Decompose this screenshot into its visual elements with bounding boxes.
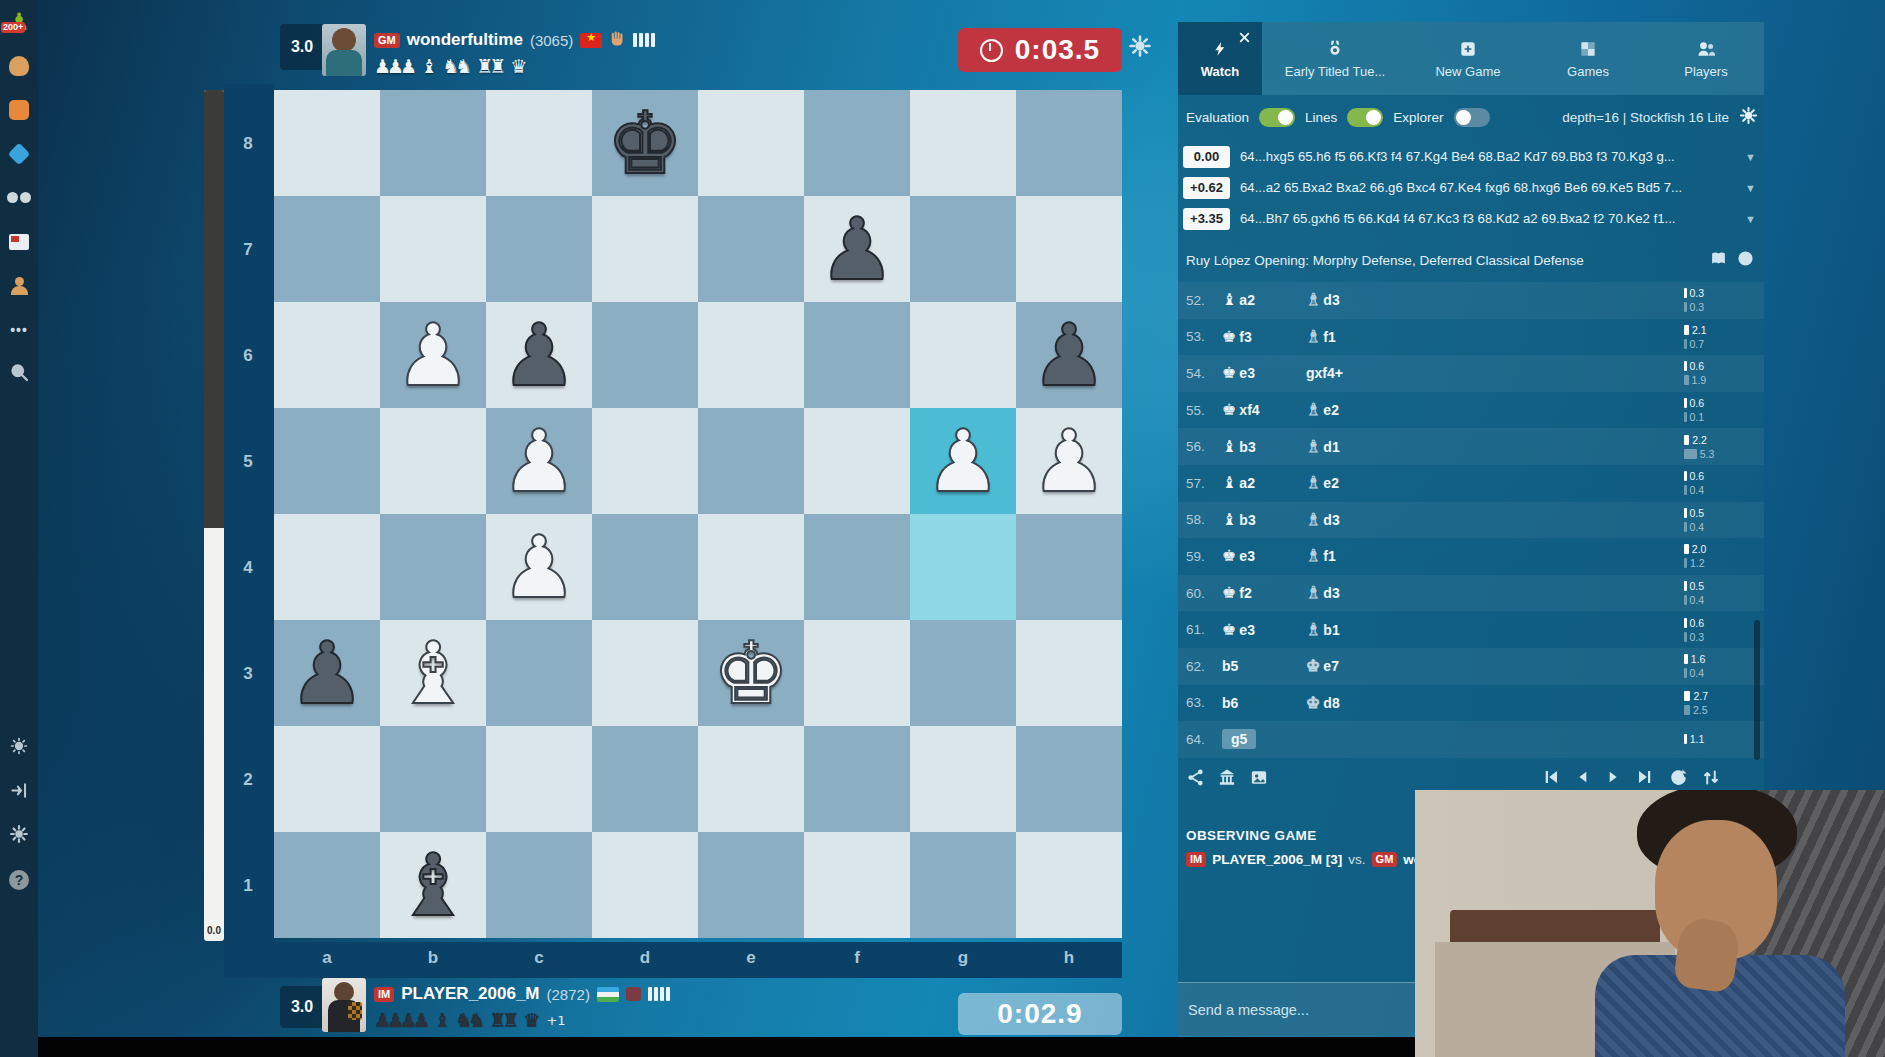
search-icon[interactable]: [0, 352, 38, 396]
square-d3[interactable]: [592, 620, 698, 726]
square-h4[interactable]: [1016, 514, 1122, 620]
move-number: 58.: [1178, 512, 1222, 527]
rank-label-8: 8: [226, 134, 270, 154]
square-a2[interactable]: [274, 726, 380, 832]
viewer-count-badge: 200+: [1, 22, 25, 33]
piece-white-pawn[interactable]: ♟: [910, 408, 1016, 514]
captured-piece-group: ♝: [434, 1011, 447, 1030]
collapse-icon[interactable]: [0, 770, 38, 814]
square-a1[interactable]: [274, 832, 380, 938]
square-h7[interactable]: [1016, 196, 1122, 302]
square-h3[interactable]: [1016, 620, 1122, 726]
move-times: 2.25.3: [1684, 433, 1730, 460]
king-move-icon: ♚: [1222, 329, 1236, 345]
square-b6[interactable]: ♟: [380, 302, 486, 408]
tab-new-game[interactable]: New Game: [1408, 22, 1528, 95]
explorer-compass-icon[interactable]: [1737, 250, 1754, 270]
black-move[interactable]: ♝d3: [1306, 512, 1426, 528]
square-f5[interactable]: [804, 408, 910, 514]
tab-label: Games: [1567, 64, 1609, 79]
white-move[interactable]: ♝b3: [1222, 439, 1306, 455]
captured-piece-group: ♝: [421, 57, 434, 76]
play-hand-icon[interactable]: [0, 44, 38, 88]
tab-label: New Game: [1435, 64, 1500, 79]
black-move[interactable]: ♝d3: [1306, 292, 1426, 308]
move-times: 1.60.4: [1684, 653, 1730, 680]
move-number: 52.: [1178, 293, 1222, 308]
square-e6[interactable]: [698, 302, 804, 408]
tab-games[interactable]: Games: [1528, 22, 1648, 95]
engine-info: depth=16 | Stockfish 16 Lite: [1562, 106, 1758, 128]
bishop-move-icon: ♝: [1222, 292, 1236, 308]
top-player-name[interactable]: wonderfultime: [407, 30, 523, 50]
rank-label-5: 5: [226, 452, 270, 472]
bishop-move-icon: ♝: [1306, 622, 1320, 638]
stream-frame: 0.0 ♚♟♟♟♟♟♟♟♟♟♝♚♝ 87654321abcdefgh 3.0 G…: [0, 0, 1885, 1057]
letterbox-bar: [0, 1037, 1415, 1057]
square-c5[interactable]: ♟: [486, 408, 592, 514]
medal-icon: [1325, 39, 1345, 59]
close-icon[interactable]: [1238, 30, 1251, 48]
square-g4[interactable]: [910, 514, 1016, 620]
evaluation-bar: 0.0: [204, 90, 224, 941]
engine-eval-badge: +0.62: [1183, 177, 1230, 199]
material-advantage: +1: [546, 1013, 565, 1028]
black-move[interactable]: ♝f1: [1306, 548, 1426, 564]
bottom-player-row: IM PLAYER_2006_M (2872): [374, 982, 670, 1006]
file-label-f: f: [804, 948, 910, 968]
vs-label: vs.: [1348, 852, 1365, 867]
square-g5[interactable]: ♟: [910, 408, 1016, 514]
first-move-icon[interactable]: [1541, 768, 1561, 786]
move-san: d3: [1323, 585, 1339, 601]
black-move[interactable]: ♝d1: [1306, 439, 1426, 455]
square-f8[interactable]: [804, 90, 910, 196]
plus-square-icon: [1458, 39, 1478, 59]
move-number: 56.: [1178, 439, 1222, 454]
toggle-evaluation[interactable]: [1259, 108, 1295, 127]
square-b4[interactable]: [380, 514, 486, 620]
piece-white-pawn[interactable]: ♟: [486, 514, 592, 620]
square-f7[interactable]: ♟: [804, 196, 910, 302]
bishop-move-icon: ♝: [1306, 292, 1320, 308]
captured-piece-group: ♞♞: [442, 57, 468, 76]
captured-piece-group: ♟♟♟♟: [374, 1011, 426, 1030]
white-move[interactable]: ♚xf4: [1222, 402, 1306, 418]
help-icon[interactable]: ?: [0, 858, 38, 902]
chevron-down-icon[interactable]: ▼: [1745, 213, 1756, 225]
hand-wave-icon: [609, 30, 626, 51]
bishop-move-icon: ♝: [1306, 548, 1320, 564]
square-f4[interactable]: [804, 514, 910, 620]
move-san: d8: [1323, 695, 1339, 711]
tab-label: Players: [1684, 64, 1727, 79]
square-b5[interactable]: [380, 408, 486, 514]
move-san: b3: [1239, 512, 1255, 528]
square-b1[interactable]: ♝: [380, 832, 486, 938]
move-row-54: 54.♚e3gxf4+0.61.9: [1178, 355, 1764, 392]
bottom-player-avatar[interactable]: [322, 978, 366, 1032]
home-pawn-icon[interactable]: ♟200+: [0, 0, 38, 44]
bishop-move-icon: ♝: [1306, 329, 1320, 345]
move-number: 57.: [1178, 476, 1222, 491]
tab-players[interactable]: Players: [1648, 22, 1764, 95]
title-badge: IM: [374, 987, 394, 1002]
move-number: 54.: [1178, 366, 1222, 381]
streak-bars: [648, 987, 670, 1001]
square-b7[interactable]: [380, 196, 486, 302]
square-a5[interactable]: [274, 408, 380, 514]
bishop-move-icon: ♝: [1222, 439, 1236, 455]
square-e5[interactable]: [698, 408, 804, 514]
square-f2[interactable]: [804, 726, 910, 832]
top-clock-time: 0:03.5: [1015, 34, 1100, 66]
square-a4[interactable]: [274, 514, 380, 620]
white-move[interactable]: ♚f2: [1222, 585, 1306, 601]
move-times: 0.60.4: [1684, 470, 1730, 497]
move-row-62: 62.b5♚e71.60.4: [1178, 648, 1764, 685]
white-move[interactable]: ♚f3: [1222, 329, 1306, 345]
watch-binoculars-icon[interactable]: [0, 176, 38, 220]
captured-piece-group: ♛: [523, 1011, 536, 1030]
share-icon[interactable]: [1186, 768, 1205, 787]
rank-label-7: 7: [226, 240, 270, 260]
king-move-icon: ♚: [1222, 365, 1236, 381]
bishop-move-icon: ♝: [1222, 512, 1236, 528]
opening-name[interactable]: Ruy López Opening: Morphy Defense, Defer…: [1186, 253, 1676, 268]
captured-piece-group: ♟♟♟: [374, 57, 413, 76]
square-b2[interactable]: [380, 726, 486, 832]
rank-label-1: 1: [226, 876, 270, 896]
file-label-b: b: [380, 948, 486, 968]
black-move[interactable]: gxf4+: [1306, 365, 1426, 381]
square-c6[interactable]: ♟: [486, 302, 592, 408]
toggle-label-lines: Lines: [1305, 110, 1337, 125]
square-h1[interactable]: [1016, 832, 1122, 938]
engine-toggle-row: EvaluationLinesExplorer depth=16 | Stock…: [1178, 95, 1764, 139]
piece-white-pawn[interactable]: ♟: [1016, 408, 1122, 514]
square-c3[interactable]: [486, 620, 592, 726]
square-g6[interactable]: [910, 302, 1016, 408]
rank-label-2: 2: [226, 770, 270, 790]
piece-black-king[interactable]: ♚: [592, 90, 698, 196]
file-label-c: c: [486, 948, 592, 968]
move-san: e2: [1323, 402, 1339, 418]
white-move[interactable]: b5: [1222, 658, 1306, 674]
move-san: d3: [1323, 512, 1339, 528]
move-row-57: 57.♝a2♝e20.60.4: [1178, 465, 1764, 502]
bottom-player-name[interactable]: PLAYER_2006_M: [401, 984, 539, 1004]
evaluation-value: 0.0: [204, 925, 224, 936]
tab-early-titled-tue[interactable]: Early Titled Tue...: [1262, 22, 1408, 95]
bishop-move-icon: ♝: [1306, 512, 1320, 528]
webcam-feed: [1415, 790, 1885, 1057]
file-label-g: g: [910, 948, 1016, 968]
toggle-label-explorer: Explorer: [1393, 110, 1443, 125]
bishop-move-icon: ♝: [1306, 439, 1320, 455]
engine-text: depth=16 | Stockfish 16 Lite: [1562, 110, 1729, 125]
observing-white-name[interactable]: PLAYER_2006_M [3]: [1212, 852, 1342, 867]
top-player-row: GM wonderfultime (3065): [374, 28, 655, 52]
piece-white-pawn[interactable]: ♟: [486, 408, 592, 514]
white-move[interactable]: ♝a2: [1222, 292, 1306, 308]
tab-label: Early Titled Tue...: [1285, 64, 1385, 79]
black-move[interactable]: ♚d8: [1306, 695, 1426, 711]
square-g2[interactable]: [910, 726, 1016, 832]
square-e7[interactable]: [698, 196, 804, 302]
top-player-clock: 0:03.5: [958, 28, 1122, 72]
settings-icon[interactable]: [0, 814, 38, 858]
square-h2[interactable]: [1016, 726, 1122, 832]
flip-board-icon[interactable]: [1702, 768, 1720, 787]
square-d6[interactable]: [592, 302, 698, 408]
square-a3[interactable]: ♟: [274, 620, 380, 726]
king-move-icon: ♚: [1222, 402, 1236, 418]
square-g3[interactable]: [910, 620, 1016, 726]
move-row-61: 61.♚e3♝b10.60.3: [1178, 611, 1764, 648]
move-number: 63.: [1178, 695, 1222, 710]
white-move[interactable]: ♝b3: [1222, 512, 1306, 528]
move-times: 0.30.3: [1684, 287, 1730, 314]
king-move-icon: ♚: [1306, 695, 1320, 711]
square-a8[interactable]: [274, 90, 380, 196]
square-f3[interactable]: [804, 620, 910, 726]
toggle-lines[interactable]: [1347, 108, 1383, 127]
square-d7[interactable]: [592, 196, 698, 302]
engine-eval-badge: +3.35: [1183, 208, 1230, 230]
black-move[interactable]: ♝b1: [1306, 622, 1426, 638]
engine-line-moves: 64...Bh7 65.gxh6 f5 66.Kd4 f4 67.Kc3 f3 …: [1240, 211, 1720, 226]
move-san: d3: [1323, 292, 1339, 308]
library-icon[interactable]: [1217, 768, 1237, 787]
evaluation-bar-black: [204, 90, 224, 528]
white-move[interactable]: ♚e3: [1222, 622, 1306, 638]
chevron-down-icon[interactable]: ▼: [1745, 182, 1756, 194]
theme-icon[interactable]: [0, 726, 38, 770]
uzbekistan-flag: [597, 987, 619, 1002]
move-times: 0.61.9: [1684, 360, 1730, 387]
move-san: a2: [1239, 475, 1255, 491]
opening-book-icon[interactable]: [1710, 250, 1727, 270]
engine-eval-badge: 0.00: [1183, 146, 1230, 168]
title-badge: IM: [1186, 852, 1206, 867]
avatar-body: [326, 50, 362, 76]
square-f1[interactable]: [804, 832, 910, 938]
move-row-60: 60.♚f2♝d30.50.4: [1178, 575, 1764, 612]
square-d5[interactable]: [592, 408, 698, 514]
white-move[interactable]: b6: [1222, 695, 1306, 711]
bishop-move-icon: ♝: [1222, 475, 1236, 491]
white-move[interactable]: ♝a2: [1222, 475, 1306, 491]
square-d1[interactable]: [592, 832, 698, 938]
move-times: 0.50.4: [1684, 506, 1730, 533]
board-settings-gear-icon[interactable]: [1128, 34, 1152, 62]
square-e2[interactable]: [698, 726, 804, 832]
engine-line-3[interactable]: +3.3564...Bh7 65.gxh6 f5 66.Kd4 f4 67.Kc…: [1178, 205, 1764, 232]
rank-label-6: 6: [226, 346, 270, 366]
move-times: 0.60.1: [1684, 397, 1730, 424]
square-f6[interactable]: [804, 302, 910, 408]
king-move-icon: ♚: [1222, 548, 1236, 564]
square-c2[interactable]: [486, 726, 592, 832]
captured-piece-group: ♞♞: [455, 1011, 481, 1030]
move-row-52: 52.♝a2♝d30.30.3: [1178, 282, 1764, 319]
black-move[interactable]: ♝d3: [1306, 585, 1426, 601]
move-row-64: 64.g51.1: [1178, 721, 1764, 758]
square-h5[interactable]: ♟: [1016, 408, 1122, 514]
black-move[interactable]: ♝e2: [1306, 402, 1426, 418]
black-move[interactable]: ♚e7: [1306, 658, 1426, 674]
last-move-icon[interactable]: [1635, 768, 1655, 786]
square-a6[interactable]: [274, 302, 380, 408]
move-list: 52.♝a2♝d30.30.353.♚f3♝f12.10.754.♚e3gxf4…: [1178, 282, 1764, 758]
move-san: b6: [1222, 695, 1238, 711]
vietnam-flag: [580, 33, 602, 48]
move-row-63: 63.b6♚d82.72.5: [1178, 685, 1764, 722]
square-h8[interactable]: [1016, 90, 1122, 196]
bishop-move-icon: ♝: [1306, 402, 1320, 418]
board-margin: [224, 84, 274, 978]
move-san: e3: [1239, 622, 1255, 638]
social-icon[interactable]: [0, 264, 38, 308]
move-number: 64.: [1178, 732, 1222, 747]
chess-board[interactable]: ♚♟♟♟♟♟♟♟♟♟♝♚♝: [274, 90, 1122, 938]
square-h6[interactable]: ♟: [1016, 302, 1122, 408]
rank-label-3: 3: [226, 664, 270, 684]
black-move[interactable]: ♝e2: [1306, 475, 1426, 491]
piece-black-pawn[interactable]: ♟: [274, 620, 380, 726]
checkerboard-icon: [1578, 39, 1598, 59]
square-a7[interactable]: [274, 196, 380, 302]
toggle-label-evaluation: Evaluation: [1186, 110, 1249, 125]
captured-piece-group: ♜♜: [489, 1011, 515, 1030]
move-san: f1: [1323, 329, 1335, 345]
square-e8[interactable]: [698, 90, 804, 196]
bottom-captured-pieces: ♟♟♟♟♝♞♞♜♜♛+1: [374, 1008, 566, 1032]
move-times: 0.50.4: [1684, 580, 1730, 607]
piece-black-bishop[interactable]: ♝: [380, 832, 486, 938]
square-d2[interactable]: [592, 726, 698, 832]
move-row-55: 55.♚xf4♝e20.60.1: [1178, 392, 1764, 429]
square-c4[interactable]: ♟: [486, 514, 592, 620]
move-san: b5: [1222, 658, 1238, 674]
move-times: 0.60.3: [1684, 616, 1730, 643]
square-g7[interactable]: [910, 196, 1016, 302]
piece-white-bishop[interactable]: ♝: [380, 620, 486, 726]
move-san: f1: [1323, 548, 1335, 564]
prev-move-icon[interactable]: [1575, 768, 1591, 786]
move-number: 55.: [1178, 403, 1222, 418]
white-move[interactable]: ♚e3: [1222, 365, 1306, 381]
square-c1[interactable]: [486, 832, 592, 938]
bottom-clock-time: 0:02.9: [997, 998, 1082, 1030]
news-icon[interactable]: [0, 220, 38, 264]
piece-black-pawn[interactable]: ♟: [486, 302, 592, 408]
move-san: f2: [1239, 585, 1251, 601]
square-c8[interactable]: [486, 90, 592, 196]
move-san: d1: [1323, 439, 1339, 455]
file-label-h: h: [1016, 948, 1122, 968]
captured-piece-group: ♛: [510, 57, 523, 76]
piece-black-pawn[interactable]: ♟: [804, 196, 910, 302]
top-captured-pieces: ♟♟♟♝♞♞♜♜♛: [374, 54, 523, 78]
move-row-59: 59.♚e3♝f12.01.2: [1178, 538, 1764, 575]
toggle-explorer[interactable]: [1454, 108, 1490, 127]
title-badge: GM: [1372, 852, 1398, 867]
move-san: e3: [1239, 365, 1255, 381]
move-row-53: 53.♚f3♝f12.10.7: [1178, 319, 1764, 356]
square-e1[interactable]: [698, 832, 804, 938]
red-chip-icon: [626, 987, 641, 1001]
engine-line-2[interactable]: +0.6264...a2 65.Bxa2 Bxa2 66.g6 Bxc4 67.…: [1178, 174, 1764, 201]
piece-white-pawn[interactable]: ♟: [380, 302, 486, 408]
streak-bars: [633, 33, 655, 47]
bottom-player-score: 3.0: [280, 986, 324, 1028]
opening-row: Ruy López Opening: Morphy Defense, Defer…: [1178, 240, 1764, 280]
bishop-move-icon: ♝: [1306, 585, 1320, 601]
square-e4[interactable]: [698, 514, 804, 620]
black-move[interactable]: ♝f1: [1306, 329, 1426, 345]
move-times: 2.01.2: [1684, 543, 1730, 570]
move-san: xf4: [1239, 402, 1259, 418]
move-san: gxf4+: [1306, 365, 1343, 381]
top-player-rating: (3065): [530, 32, 573, 49]
square-d8[interactable]: ♚: [592, 90, 698, 196]
tab-label: Watch: [1201, 64, 1240, 79]
next-move-icon[interactable]: [1605, 768, 1621, 786]
board-image-icon[interactable]: [1249, 768, 1269, 787]
bishop-move-icon: ♝: [1306, 475, 1320, 491]
engine-line-1[interactable]: 0.0064...hxg5 65.h6 f5 66.Kf3 f4 67.Kg4 …: [1178, 143, 1764, 170]
scrollbar-thumb[interactable]: [1754, 620, 1760, 760]
puzzles-icon[interactable]: [0, 88, 38, 132]
square-b3[interactable]: ♝: [380, 620, 486, 726]
avatar-chessboard: [348, 1002, 362, 1020]
king-move-icon: ♚: [1222, 585, 1236, 601]
move-number: 62.: [1178, 659, 1222, 674]
square-e3[interactable]: ♚: [698, 620, 804, 726]
chat-placeholder: Send a message...: [1188, 1002, 1309, 1018]
refresh-icon[interactable]: [1669, 768, 1688, 787]
engine-line-moves: 64...hxg5 65.h6 f5 66.Kf3 f4 67.Kg4 Be4 …: [1240, 149, 1720, 164]
move-san: b1: [1323, 622, 1339, 638]
square-b8[interactable]: [380, 90, 486, 196]
clock-icon: [980, 39, 1003, 62]
engine-line-moves: 64...a2 65.Bxa2 Bxa2 66.g6 Bxc4 67.Ke4 f…: [1240, 180, 1720, 195]
move-times: 2.10.7: [1684, 323, 1730, 350]
white-move[interactable]: g5: [1222, 729, 1306, 749]
more-dots-icon[interactable]: •••: [0, 308, 38, 352]
square-c7[interactable]: [486, 196, 592, 302]
square-g1[interactable]: [910, 832, 1016, 938]
move-times: 1.1: [1684, 733, 1730, 746]
square-d4[interactable]: [592, 514, 698, 620]
engine-settings-gear-icon[interactable]: [1739, 106, 1758, 128]
move-san: g5: [1222, 729, 1256, 749]
white-move[interactable]: ♚e3: [1222, 548, 1306, 564]
piece-black-pawn[interactable]: ♟: [1016, 302, 1122, 408]
learn-icon[interactable]: [0, 132, 38, 176]
chevron-down-icon[interactable]: ▼: [1745, 151, 1756, 163]
top-player-avatar[interactable]: [322, 24, 366, 76]
square-g8[interactable]: [910, 90, 1016, 196]
bottom-player-rating: (2872): [547, 986, 590, 1003]
top-player-score: 3.0: [280, 24, 324, 70]
move-san: b3: [1239, 439, 1255, 455]
file-label-d: d: [592, 948, 698, 968]
piece-white-king[interactable]: ♚: [698, 620, 804, 726]
king-move-icon: ♚: [1306, 658, 1320, 674]
